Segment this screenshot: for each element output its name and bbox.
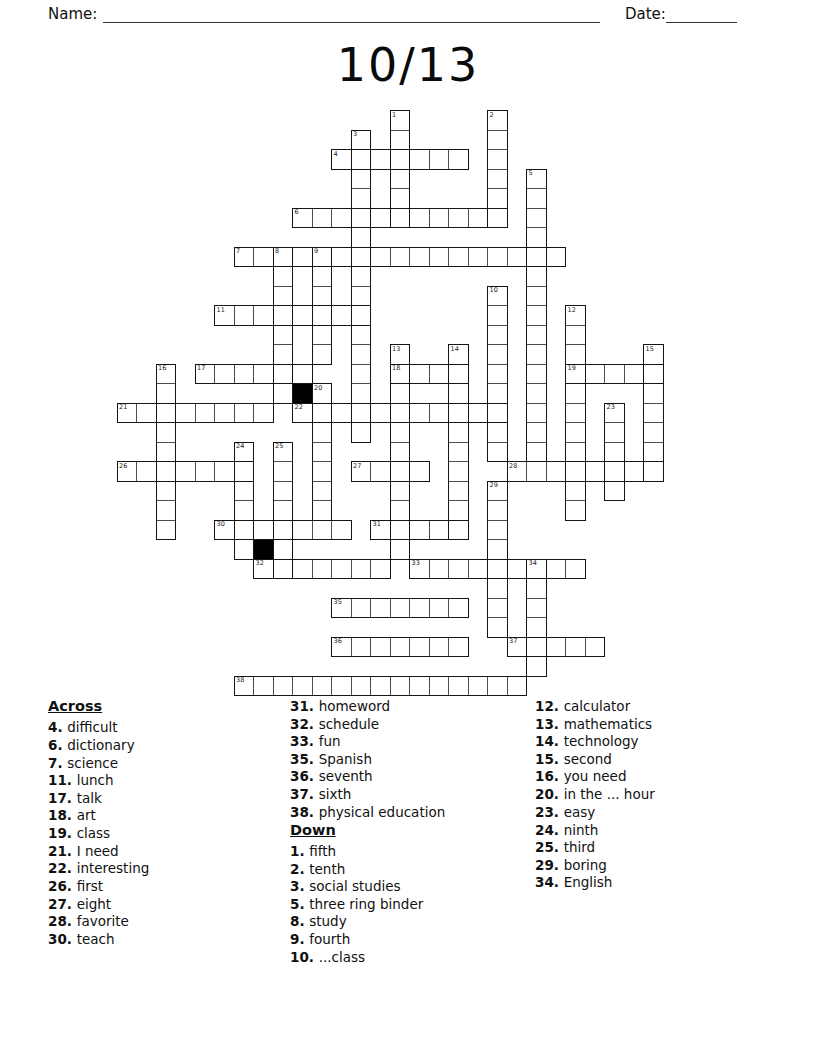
- grid-cell[interactable]: [526, 442, 547, 463]
- grid-cell[interactable]: [156, 481, 177, 502]
- grid-cell[interactable]: [429, 364, 450, 385]
- grid-cell[interactable]: [390, 539, 411, 560]
- grid-cell[interactable]: [526, 598, 547, 619]
- date-label: Date:: [625, 5, 666, 23]
- grid-cell[interactable]: [487, 617, 508, 638]
- grid-cell[interactable]: 8: [273, 247, 294, 268]
- clue-item-text: physical education: [319, 804, 446, 820]
- grid-cell[interactable]: [526, 305, 547, 326]
- grid-cell[interactable]: [312, 676, 333, 697]
- grid-cell[interactable]: [351, 676, 372, 697]
- grid-cell[interactable]: [565, 461, 586, 482]
- grid-cell[interactable]: 34: [526, 559, 547, 580]
- clue-number: 2: [490, 112, 494, 119]
- grid-cell[interactable]: [156, 520, 177, 541]
- grid-cell[interactable]: [526, 578, 547, 599]
- grid-cell[interactable]: [565, 442, 586, 463]
- grid-cell[interactable]: [312, 344, 333, 365]
- grid-cell[interactable]: [487, 500, 508, 521]
- grid-cell[interactable]: [526, 227, 547, 248]
- grid-cell[interactable]: [429, 208, 450, 229]
- grid-cell[interactable]: [526, 325, 547, 346]
- grid-cell[interactable]: [565, 403, 586, 424]
- grid-cell[interactable]: [487, 578, 508, 599]
- grid-cell[interactable]: [331, 403, 352, 424]
- grid-cell[interactable]: 4: [331, 149, 352, 170]
- grid-cell[interactable]: 18: [390, 364, 411, 385]
- grid-cell[interactable]: [468, 403, 489, 424]
- grid-cell[interactable]: [390, 637, 411, 658]
- grid-cell[interactable]: [487, 188, 508, 209]
- grid-cell[interactable]: [351, 286, 372, 307]
- grid-cell[interactable]: [370, 149, 391, 170]
- clue-item: 1. fifth: [290, 844, 445, 858]
- grid-cell[interactable]: [585, 364, 606, 385]
- clue-number: 26: [119, 463, 127, 470]
- grid-cell[interactable]: [390, 481, 411, 502]
- grid-cell[interactable]: [546, 559, 567, 580]
- grid-cell[interactable]: [526, 188, 547, 209]
- grid-cell[interactable]: [136, 461, 157, 482]
- grid-cell[interactable]: [565, 344, 586, 365]
- grid-cell[interactable]: [390, 188, 411, 209]
- grid-cell[interactable]: [429, 247, 450, 268]
- grid-cell[interactable]: [234, 403, 255, 424]
- grid-cell[interactable]: [214, 364, 235, 385]
- grid-cell[interactable]: [409, 208, 430, 229]
- grid-cell[interactable]: [409, 637, 430, 658]
- grid-cell[interactable]: [351, 637, 372, 658]
- clue-item-text: boring: [564, 857, 607, 873]
- grid-cell[interactable]: 3: [351, 130, 372, 151]
- grid-cell[interactable]: [351, 364, 372, 385]
- grid-cell[interactable]: 27: [351, 461, 372, 482]
- clue-item-text: teach: [77, 931, 115, 947]
- grid-cell[interactable]: [565, 637, 586, 658]
- grid-cell[interactable]: [448, 364, 469, 385]
- grid-cell[interactable]: [351, 403, 372, 424]
- grid-cell[interactable]: [234, 539, 255, 560]
- grid-cell[interactable]: [487, 598, 508, 619]
- grid-cell[interactable]: [273, 539, 294, 560]
- grid-cell[interactable]: 22: [292, 403, 313, 424]
- grid-cell[interactable]: [565, 383, 586, 404]
- grid-cell[interactable]: [546, 637, 567, 658]
- black-cell: [292, 383, 313, 404]
- grid-cell[interactable]: [156, 422, 177, 443]
- grid-cell[interactable]: [565, 500, 586, 521]
- grid-cell[interactable]: [409, 676, 430, 697]
- grid-cell[interactable]: 26: [117, 461, 138, 482]
- grid-cell[interactable]: [448, 637, 469, 658]
- grid-cell[interactable]: [253, 676, 274, 697]
- grid-cell[interactable]: [390, 383, 411, 404]
- grid-cell[interactable]: [448, 149, 469, 170]
- grid-cell[interactable]: [487, 364, 508, 385]
- across-header: Across: [48, 699, 149, 713]
- grid-cell[interactable]: [253, 403, 274, 424]
- grid-cell[interactable]: [487, 383, 508, 404]
- grid-cell[interactable]: [448, 247, 469, 268]
- grid-cell[interactable]: 29: [487, 481, 508, 502]
- grid-cell[interactable]: [526, 461, 547, 482]
- clue-item: 22. interesting: [48, 861, 149, 875]
- grid-cell[interactable]: [390, 442, 411, 463]
- grid-cell[interactable]: [312, 520, 333, 541]
- grid-cell[interactable]: [292, 305, 313, 326]
- grid-cell[interactable]: [448, 559, 469, 580]
- grid-cell[interactable]: [273, 266, 294, 287]
- grid-cell[interactable]: [448, 676, 469, 697]
- grid-cell[interactable]: [292, 247, 313, 268]
- grid-cell[interactable]: 31: [370, 520, 391, 541]
- grid-cell[interactable]: 20: [312, 383, 333, 404]
- grid-cell[interactable]: [331, 247, 352, 268]
- grid-cell[interactable]: [409, 520, 430, 541]
- grid-cell[interactable]: [390, 130, 411, 151]
- grid-cell[interactable]: [156, 442, 177, 463]
- grid-cell[interactable]: [292, 676, 313, 697]
- grid-cell[interactable]: 2: [487, 110, 508, 131]
- grid-cell[interactable]: [409, 598, 430, 619]
- grid-cell[interactable]: [253, 305, 274, 326]
- date-line[interactable]: [666, 4, 737, 23]
- grid-cell[interactable]: [390, 676, 411, 697]
- grid-cell[interactable]: [448, 442, 469, 463]
- grid-cell[interactable]: [214, 461, 235, 482]
- grid-cell[interactable]: [370, 403, 391, 424]
- grid-cell[interactable]: [370, 637, 391, 658]
- grid-cell[interactable]: 30: [214, 520, 235, 541]
- grid-cell[interactable]: [273, 559, 294, 580]
- grid-cell[interactable]: [507, 559, 528, 580]
- grid-cell[interactable]: 13: [390, 344, 411, 365]
- grid-cell[interactable]: [526, 403, 547, 424]
- grid-cell[interactable]: [351, 344, 372, 365]
- grid-cell[interactable]: [487, 305, 508, 326]
- grid-cell[interactable]: [195, 403, 216, 424]
- grid-cell[interactable]: [351, 305, 372, 326]
- grid-cell[interactable]: [565, 422, 586, 443]
- grid-cell[interactable]: [565, 325, 586, 346]
- grid-cell[interactable]: [448, 422, 469, 443]
- grid-cell[interactable]: 10: [487, 286, 508, 307]
- grid-cell[interactable]: [643, 442, 664, 463]
- grid-cell[interactable]: [312, 559, 333, 580]
- grid-cell[interactable]: [331, 520, 352, 541]
- grid-cell[interactable]: [234, 520, 255, 541]
- grid-cell[interactable]: [273, 481, 294, 502]
- grid-cell[interactable]: [312, 481, 333, 502]
- grid-cell[interactable]: [487, 344, 508, 365]
- grid-cell[interactable]: [409, 149, 430, 170]
- clue-item-number: 4.: [48, 719, 67, 735]
- grid-cell[interactable]: [565, 559, 586, 580]
- grid-cell[interactable]: [331, 305, 352, 326]
- grid-cell[interactable]: [273, 520, 294, 541]
- grid-cell[interactable]: [253, 520, 274, 541]
- grid-cell[interactable]: [195, 461, 216, 482]
- grid-cell[interactable]: [487, 130, 508, 151]
- clue-number: 20: [314, 385, 322, 392]
- clue-item-number: 11.: [48, 772, 77, 788]
- grid-cell[interactable]: [351, 325, 372, 346]
- grid-cell[interactable]: [312, 442, 333, 463]
- grid-cell[interactable]: 35: [331, 598, 352, 619]
- grid-cell[interactable]: 24: [234, 442, 255, 463]
- grid-cell[interactable]: 16: [156, 364, 177, 385]
- name-line[interactable]: [103, 4, 600, 23]
- grid-cell[interactable]: [390, 461, 411, 482]
- grid-cell[interactable]: [370, 461, 391, 482]
- grid-cell[interactable]: [429, 598, 450, 619]
- grid-cell[interactable]: 37: [507, 637, 528, 658]
- grid-cell[interactable]: [468, 559, 489, 580]
- grid-cell[interactable]: 21: [117, 403, 138, 424]
- grid-cell[interactable]: 7: [234, 247, 255, 268]
- grid-cell[interactable]: [351, 169, 372, 190]
- grid-cell[interactable]: [526, 364, 547, 385]
- grid-cell[interactable]: [624, 364, 645, 385]
- grid-cell[interactable]: [487, 149, 508, 170]
- grid-cell[interactable]: [448, 520, 469, 541]
- grid-cell[interactable]: [409, 461, 430, 482]
- grid-cell[interactable]: [292, 559, 313, 580]
- grid-cell[interactable]: [448, 598, 469, 619]
- grid-cell[interactable]: [175, 461, 196, 482]
- grid-cell[interactable]: [351, 227, 372, 248]
- grid-cell[interactable]: [409, 364, 430, 385]
- grid-cell[interactable]: [487, 559, 508, 580]
- clue-item-text: dictionary: [67, 737, 134, 753]
- clue-item-number: 3.: [290, 878, 309, 894]
- grid-cell[interactable]: [526, 422, 547, 443]
- clue-item: 20. in the ... hour: [535, 787, 655, 801]
- grid-cell[interactable]: [312, 403, 333, 424]
- grid-cell[interactable]: [448, 403, 469, 424]
- grid-cell[interactable]: 32: [253, 559, 274, 580]
- grid-cell[interactable]: [273, 286, 294, 307]
- grid-cell[interactable]: [409, 247, 430, 268]
- grid-cell[interactable]: [526, 247, 547, 268]
- grid-cell[interactable]: [468, 208, 489, 229]
- grid-cell[interactable]: 11: [214, 305, 235, 326]
- grid-cell[interactable]: [292, 364, 313, 385]
- grid-cell[interactable]: [585, 637, 606, 658]
- grid-cell[interactable]: [370, 247, 391, 268]
- grid-cell[interactable]: [565, 481, 586, 502]
- grid-cell[interactable]: [273, 383, 294, 404]
- grid-cell[interactable]: [526, 344, 547, 365]
- grid-cell[interactable]: [331, 208, 352, 229]
- grid-cell[interactable]: [643, 364, 664, 385]
- grid-cell[interactable]: [526, 208, 547, 229]
- grid-cell[interactable]: [526, 383, 547, 404]
- grid-cell[interactable]: [234, 481, 255, 502]
- grid-cell[interactable]: [390, 208, 411, 229]
- grid-cell[interactable]: [526, 286, 547, 307]
- grid-cell[interactable]: [312, 422, 333, 443]
- grid-cell[interactable]: [487, 169, 508, 190]
- grid-cell[interactable]: [156, 461, 177, 482]
- grid-cell[interactable]: [370, 559, 391, 580]
- grid-cell[interactable]: [273, 676, 294, 697]
- grid-cell[interactable]: [390, 422, 411, 443]
- grid-cell[interactable]: [273, 500, 294, 521]
- grid-cell[interactable]: 6: [292, 208, 313, 229]
- grid-cell[interactable]: [507, 676, 528, 697]
- grid-cell[interactable]: [487, 520, 508, 541]
- grid-cell[interactable]: [390, 247, 411, 268]
- grid-cell[interactable]: [487, 539, 508, 560]
- grid-cell[interactable]: [643, 383, 664, 404]
- grid-cell[interactable]: [643, 422, 664, 443]
- grid-cell[interactable]: [390, 169, 411, 190]
- clue-item: 8. study: [290, 914, 445, 928]
- grid-cell[interactable]: [351, 149, 372, 170]
- grid-cell[interactable]: 19: [565, 364, 586, 385]
- grid-cell[interactable]: [312, 500, 333, 521]
- grid-cell[interactable]: [604, 364, 625, 385]
- grid-cell[interactable]: [429, 559, 450, 580]
- grid-cell[interactable]: [448, 208, 469, 229]
- grid-cell[interactable]: [409, 403, 430, 424]
- grid-cell[interactable]: [331, 559, 352, 580]
- grid-cell[interactable]: [526, 656, 547, 677]
- grid-cell[interactable]: [331, 676, 352, 697]
- grid-cell[interactable]: [273, 305, 294, 326]
- grid-cell[interactable]: 14: [448, 344, 469, 365]
- grid-cell[interactable]: [136, 403, 157, 424]
- grid-cell[interactable]: [351, 247, 372, 268]
- grid-cell[interactable]: [370, 208, 391, 229]
- grid-cell[interactable]: [312, 461, 333, 482]
- grid-cell[interactable]: [546, 461, 567, 482]
- grid-cell[interactable]: [429, 520, 450, 541]
- grid-cell[interactable]: [253, 364, 274, 385]
- grid-cell[interactable]: [604, 481, 625, 502]
- grid-cell[interactable]: [351, 266, 372, 287]
- grid-cell[interactable]: [390, 403, 411, 424]
- grid-cell[interactable]: [370, 676, 391, 697]
- grid-cell[interactable]: [604, 461, 625, 482]
- grid-cell[interactable]: [156, 383, 177, 404]
- grid-cell[interactable]: [487, 247, 508, 268]
- grid-cell[interactable]: [351, 383, 372, 404]
- grid-cell[interactable]: [351, 422, 372, 443]
- grid-cell[interactable]: [624, 461, 645, 482]
- grid-cell[interactable]: [429, 637, 450, 658]
- grid-cell[interactable]: 23: [604, 403, 625, 424]
- clue-item-text: science: [67, 755, 118, 771]
- grid-cell[interactable]: [175, 403, 196, 424]
- grid-cell[interactable]: [292, 520, 313, 541]
- grid-cell[interactable]: 9: [312, 247, 333, 268]
- grid-cell[interactable]: [351, 208, 372, 229]
- grid-cell[interactable]: [448, 481, 469, 502]
- grid-cell[interactable]: [214, 403, 235, 424]
- grid-cell[interactable]: [234, 305, 255, 326]
- grid-cell[interactable]: [312, 286, 333, 307]
- grid-cell[interactable]: 25: [273, 442, 294, 463]
- clue-number: 10: [490, 287, 498, 294]
- grid-cell[interactable]: [312, 325, 333, 346]
- grid-cell[interactable]: 17: [195, 364, 216, 385]
- clue-item-text: Spanish: [319, 751, 372, 767]
- grid-cell[interactable]: [604, 442, 625, 463]
- grid-cell[interactable]: [468, 676, 489, 697]
- grid-cell[interactable]: [351, 559, 372, 580]
- grid-cell[interactable]: [390, 500, 411, 521]
- grid-cell[interactable]: 38: [234, 676, 255, 697]
- grid-cell[interactable]: [526, 617, 547, 638]
- grid-cell[interactable]: [526, 637, 547, 658]
- across-clue-list-2: 31. homeword32. schedule33. fun35. Spani…: [290, 699, 445, 819]
- grid-cell[interactable]: [487, 442, 508, 463]
- grid-cell[interactable]: [487, 676, 508, 697]
- grid-cell[interactable]: [156, 403, 177, 424]
- grid-cell[interactable]: [351, 598, 372, 619]
- grid-cell[interactable]: [643, 461, 664, 482]
- grid-cell[interactable]: [234, 364, 255, 385]
- grid-cell[interactable]: [234, 461, 255, 482]
- grid-cell[interactable]: [468, 247, 489, 268]
- grid-cell[interactable]: [585, 461, 606, 482]
- grid-cell[interactable]: [448, 461, 469, 482]
- grid-cell[interactable]: [312, 305, 333, 326]
- grid-cell[interactable]: 33: [409, 559, 430, 580]
- grid-cell[interactable]: [390, 149, 411, 170]
- grid-cell[interactable]: 12: [565, 305, 586, 326]
- grid-cell[interactable]: [273, 344, 294, 365]
- grid-cell[interactable]: [507, 247, 528, 268]
- grid-cell[interactable]: [546, 247, 567, 268]
- grid-cell[interactable]: [526, 266, 547, 287]
- grid-cell[interactable]: [448, 500, 469, 521]
- clue-item-text: you need: [564, 768, 627, 784]
- grid-cell[interactable]: [273, 364, 294, 385]
- grid-cell[interactable]: [156, 500, 177, 521]
- grid-cell[interactable]: [312, 208, 333, 229]
- clue-item-text: art: [77, 807, 96, 823]
- grid-cell[interactable]: 15: [643, 344, 664, 365]
- grid-cell[interactable]: [487, 208, 508, 229]
- grid-cell[interactable]: 28: [507, 461, 528, 482]
- grid-cell[interactable]: [429, 676, 450, 697]
- grid-cell[interactable]: [253, 247, 274, 268]
- grid-cell[interactable]: 36: [331, 637, 352, 658]
- grid-cell[interactable]: [234, 500, 255, 521]
- grid-cell[interactable]: [643, 403, 664, 424]
- grid-cell[interactable]: [273, 325, 294, 346]
- grid-cell[interactable]: [429, 403, 450, 424]
- grid-cell[interactable]: [370, 598, 391, 619]
- grid-cell[interactable]: 5: [526, 169, 547, 190]
- grid-cell[interactable]: [487, 422, 508, 443]
- clue-item-number: 32.: [290, 716, 319, 732]
- grid-cell[interactable]: [273, 461, 294, 482]
- grid-cell[interactable]: [448, 383, 469, 404]
- grid-cell[interactable]: [390, 520, 411, 541]
- grid-cell[interactable]: [390, 598, 411, 619]
- grid-cell[interactable]: [487, 403, 508, 424]
- grid-cell[interactable]: [604, 422, 625, 443]
- grid-cell[interactable]: 1: [390, 110, 411, 131]
- grid-cell[interactable]: [312, 266, 333, 287]
- grid-cell[interactable]: [429, 149, 450, 170]
- grid-cell[interactable]: [351, 188, 372, 209]
- grid-cell[interactable]: [487, 325, 508, 346]
